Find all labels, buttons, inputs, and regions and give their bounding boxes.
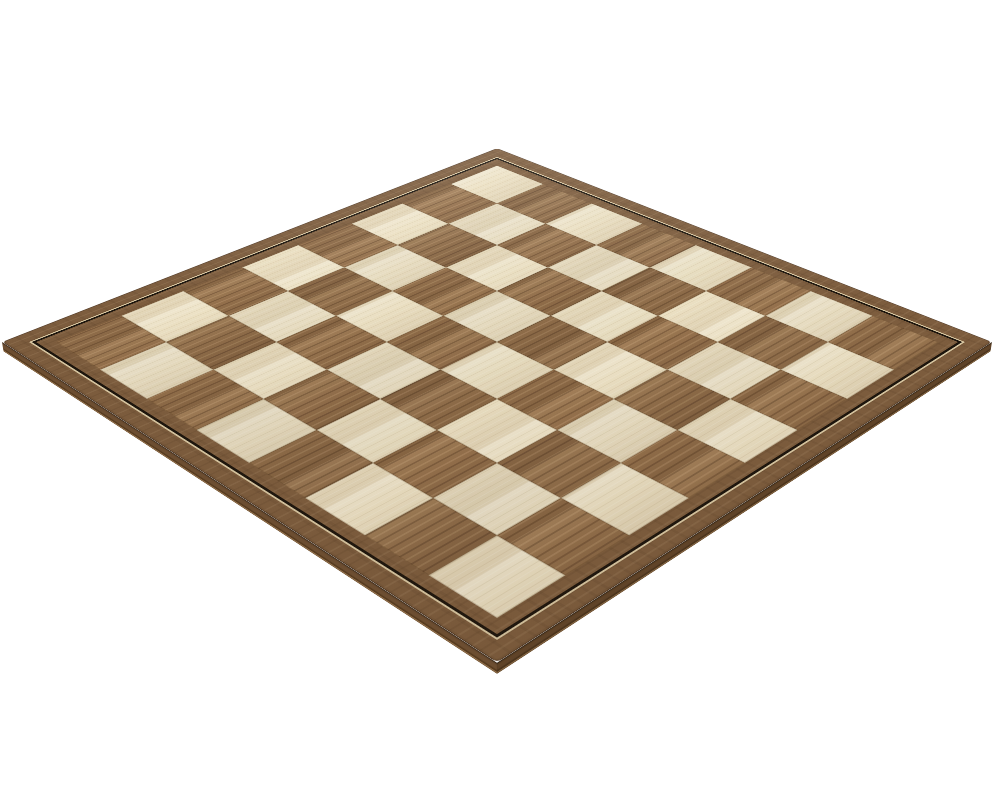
square-e3	[380, 370, 497, 430]
square-h6	[730, 370, 847, 430]
square-f2	[373, 430, 497, 498]
square-g6	[667, 342, 780, 399]
board-top-surface	[2, 148, 992, 662]
square-h7	[781, 342, 894, 399]
square-g5	[614, 370, 731, 430]
square-g4	[557, 399, 677, 463]
square-g3	[497, 430, 621, 498]
square-f5	[554, 342, 667, 399]
product-photo-background	[0, 0, 1000, 800]
square-h2	[497, 498, 629, 575]
square-d2	[264, 370, 381, 430]
square-h3	[561, 463, 689, 535]
square-d3	[327, 342, 440, 399]
square-c2	[213, 342, 326, 399]
square-e2	[317, 399, 437, 463]
square-f4	[497, 370, 614, 430]
playing-field	[56, 166, 938, 618]
square-h4	[621, 430, 745, 498]
square-d1	[196, 399, 316, 463]
square-h1	[429, 535, 566, 618]
square-g2	[433, 463, 561, 535]
chess-board	[2, 148, 992, 662]
square-f1	[305, 463, 433, 535]
square-g1	[365, 498, 497, 575]
square-h5	[677, 399, 797, 463]
square-b1	[100, 342, 213, 399]
square-c1	[147, 370, 264, 430]
square-e1	[249, 430, 373, 498]
square-f3	[437, 399, 557, 463]
square-e4	[440, 342, 553, 399]
